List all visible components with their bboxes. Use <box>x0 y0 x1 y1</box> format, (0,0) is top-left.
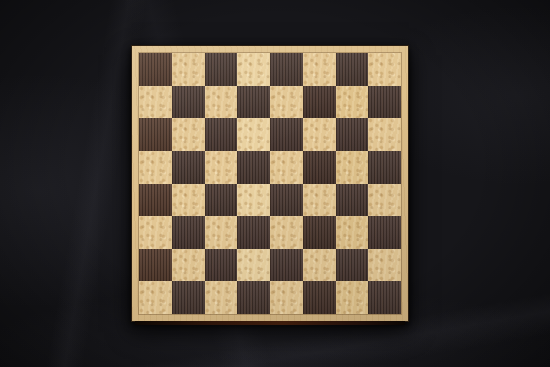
square-r3c2[interactable] <box>172 118 205 151</box>
square-r5c6[interactable] <box>303 184 336 217</box>
square-r3c7[interactable] <box>336 118 369 151</box>
square-r1c2[interactable] <box>172 53 205 86</box>
square-r8c6[interactable] <box>303 281 336 314</box>
square-r6c1[interactable] <box>139 216 172 249</box>
fabric-backdrop <box>0 0 550 367</box>
square-r3c8[interactable] <box>368 118 401 151</box>
square-r6c2[interactable] <box>172 216 205 249</box>
square-r4c2[interactable] <box>172 151 205 184</box>
square-r8c7[interactable] <box>336 281 369 314</box>
square-r5c3[interactable] <box>205 184 238 217</box>
square-r1c6[interactable] <box>303 53 336 86</box>
square-r5c2[interactable] <box>172 184 205 217</box>
square-r5c5[interactable] <box>270 184 303 217</box>
chessboard <box>131 45 409 322</box>
square-r4c8[interactable] <box>368 151 401 184</box>
square-r1c5[interactable] <box>270 53 303 86</box>
square-r7c6[interactable] <box>303 249 336 282</box>
square-r6c5[interactable] <box>270 216 303 249</box>
square-r3c4[interactable] <box>237 118 270 151</box>
square-r6c8[interactable] <box>368 216 401 249</box>
square-r2c8[interactable] <box>368 86 401 119</box>
square-r1c8[interactable] <box>368 53 401 86</box>
square-r7c3[interactable] <box>205 249 238 282</box>
square-r7c4[interactable] <box>237 249 270 282</box>
square-r1c1[interactable] <box>139 53 172 86</box>
square-r8c3[interactable] <box>205 281 238 314</box>
square-r4c3[interactable] <box>205 151 238 184</box>
square-r6c4[interactable] <box>237 216 270 249</box>
square-r2c6[interactable] <box>303 86 336 119</box>
square-r2c3[interactable] <box>205 86 238 119</box>
square-r5c1[interactable] <box>139 184 172 217</box>
square-r8c4[interactable] <box>237 281 270 314</box>
square-r6c6[interactable] <box>303 216 336 249</box>
square-r7c2[interactable] <box>172 249 205 282</box>
square-r4c7[interactable] <box>336 151 369 184</box>
square-r5c4[interactable] <box>237 184 270 217</box>
square-r5c8[interactable] <box>368 184 401 217</box>
square-r8c5[interactable] <box>270 281 303 314</box>
square-r8c1[interactable] <box>139 281 172 314</box>
square-r2c7[interactable] <box>336 86 369 119</box>
square-r2c2[interactable] <box>172 86 205 119</box>
square-r5c7[interactable] <box>336 184 369 217</box>
square-r3c6[interactable] <box>303 118 336 151</box>
square-r7c7[interactable] <box>336 249 369 282</box>
square-r4c5[interactable] <box>270 151 303 184</box>
square-r3c3[interactable] <box>205 118 238 151</box>
square-r7c1[interactable] <box>139 249 172 282</box>
square-r4c4[interactable] <box>237 151 270 184</box>
square-r6c3[interactable] <box>205 216 238 249</box>
square-r3c5[interactable] <box>270 118 303 151</box>
square-r7c5[interactable] <box>270 249 303 282</box>
chessboard-squares <box>139 53 401 314</box>
square-r1c4[interactable] <box>237 53 270 86</box>
square-r1c7[interactable] <box>336 53 369 86</box>
square-r4c1[interactable] <box>139 151 172 184</box>
square-r3c1[interactable] <box>139 118 172 151</box>
square-r1c3[interactable] <box>205 53 238 86</box>
square-r6c7[interactable] <box>336 216 369 249</box>
square-r2c4[interactable] <box>237 86 270 119</box>
square-r8c2[interactable] <box>172 281 205 314</box>
square-r2c1[interactable] <box>139 86 172 119</box>
square-r8c8[interactable] <box>368 281 401 314</box>
square-r2c5[interactable] <box>270 86 303 119</box>
square-r7c8[interactable] <box>368 249 401 282</box>
square-r4c6[interactable] <box>303 151 336 184</box>
